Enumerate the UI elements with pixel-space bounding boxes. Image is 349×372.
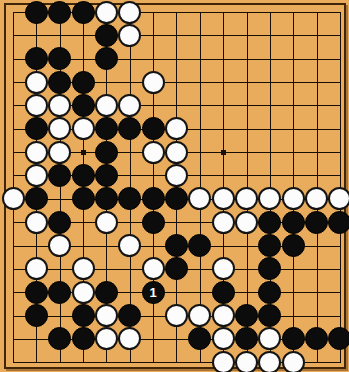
black-stone xyxy=(25,187,48,210)
white-stone xyxy=(25,211,48,234)
white-stone xyxy=(95,211,118,234)
white-stone xyxy=(142,71,165,94)
black-stone xyxy=(72,304,95,327)
white-stone xyxy=(165,164,188,187)
black-stone xyxy=(48,71,71,94)
black-stone xyxy=(72,327,95,350)
white-stone xyxy=(212,257,235,280)
grid-line xyxy=(13,35,341,36)
black-stone xyxy=(25,117,48,140)
white-stone xyxy=(118,24,141,47)
black-stone xyxy=(282,211,305,234)
black-stone xyxy=(48,164,71,187)
black-stone xyxy=(258,211,281,234)
white-stone xyxy=(212,187,235,210)
black-stone xyxy=(25,1,48,24)
black-stone xyxy=(72,187,95,210)
black-stone xyxy=(72,71,95,94)
black-stone xyxy=(282,327,305,350)
black-stone xyxy=(95,164,118,187)
white-stone xyxy=(212,327,235,350)
white-stone xyxy=(72,117,95,140)
white-stone xyxy=(95,304,118,327)
white-stone xyxy=(212,304,235,327)
black-stone xyxy=(165,234,188,257)
black-stone xyxy=(72,1,95,24)
black-stone xyxy=(142,117,165,140)
black-stone xyxy=(142,187,165,210)
black-stone xyxy=(95,117,118,140)
white-stone xyxy=(48,94,71,117)
black-stone xyxy=(72,164,95,187)
black-stone xyxy=(25,281,48,304)
white-stone xyxy=(25,141,48,164)
white-stone xyxy=(118,1,141,24)
black-stone xyxy=(328,327,349,350)
black-stone xyxy=(48,211,71,234)
white-stone xyxy=(2,187,25,210)
white-stone xyxy=(165,304,188,327)
black-stone xyxy=(212,281,235,304)
black-stone xyxy=(258,281,281,304)
white-stone xyxy=(95,1,118,24)
white-stone xyxy=(212,351,235,372)
black-stone xyxy=(25,47,48,70)
black-stone xyxy=(72,94,95,117)
black-stone xyxy=(328,211,349,234)
black-stone xyxy=(282,234,305,257)
black-stone xyxy=(235,304,258,327)
black-stone xyxy=(95,281,118,304)
white-stone xyxy=(118,94,141,117)
white-stone xyxy=(95,94,118,117)
black-stone xyxy=(48,281,71,304)
white-stone xyxy=(25,94,48,117)
white-stone xyxy=(212,211,235,234)
white-stone xyxy=(282,351,305,372)
white-stone xyxy=(25,71,48,94)
white-stone xyxy=(165,141,188,164)
black-stone xyxy=(305,211,328,234)
white-stone xyxy=(72,257,95,280)
go-board: 1 xyxy=(0,0,349,372)
star-point xyxy=(81,150,86,155)
black-stone xyxy=(95,141,118,164)
white-stone xyxy=(72,281,95,304)
black-stone xyxy=(95,24,118,47)
star-point xyxy=(221,150,226,155)
marked-black-stone-1: 1 xyxy=(142,281,165,304)
white-stone xyxy=(235,211,258,234)
black-stone xyxy=(48,1,71,24)
black-stone xyxy=(142,211,165,234)
black-stone xyxy=(95,47,118,70)
white-stone xyxy=(328,187,349,210)
white-stone xyxy=(25,164,48,187)
black-stone xyxy=(25,304,48,327)
white-stone xyxy=(282,187,305,210)
white-stone xyxy=(258,351,281,372)
white-stone xyxy=(48,141,71,164)
move-number-label: 1 xyxy=(149,286,156,299)
white-stone xyxy=(142,257,165,280)
white-stone xyxy=(142,141,165,164)
white-stone xyxy=(235,351,258,372)
